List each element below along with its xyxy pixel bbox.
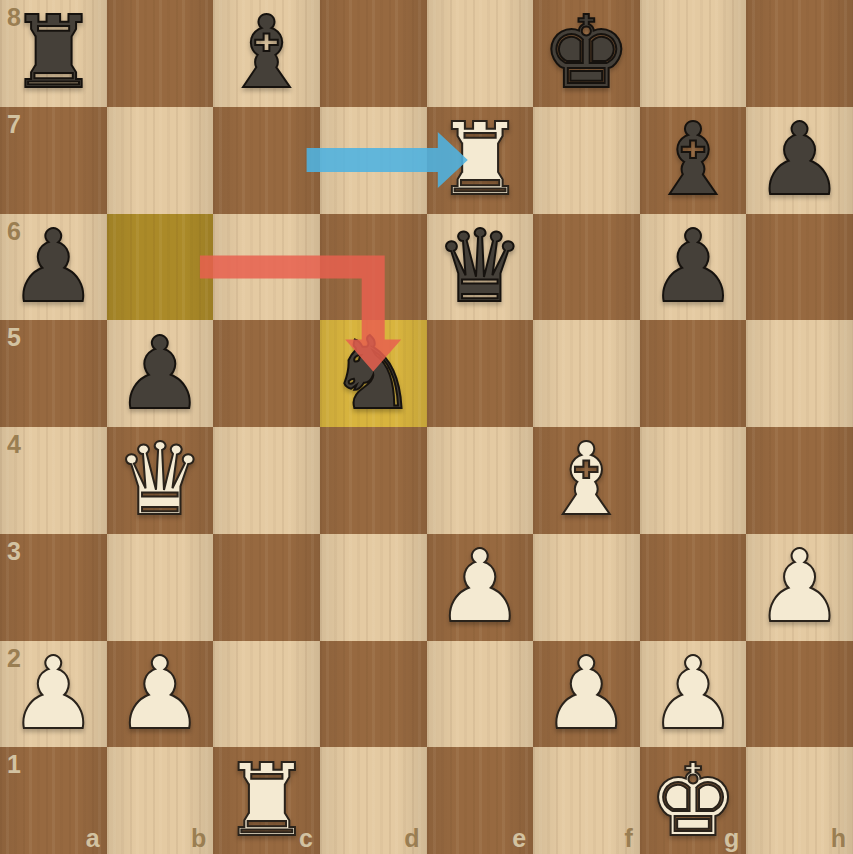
file-label-a: a [86, 824, 100, 853]
square-f8[interactable]: ♚ [533, 0, 640, 107]
square-c8[interactable]: ♝ [213, 0, 320, 107]
square-d8[interactable] [320, 0, 427, 107]
square-e7[interactable]: ♜ [427, 107, 534, 214]
square-g1[interactable]: g♚ [640, 747, 747, 854]
square-a7[interactable]: 7 [0, 107, 107, 214]
square-c6[interactable] [213, 214, 320, 321]
square-a5[interactable]: 5 [0, 320, 107, 427]
square-d2[interactable] [320, 641, 427, 748]
piece-black-pawn-a6[interactable]: ♟ [0, 214, 107, 321]
square-b1[interactable]: b [107, 747, 214, 854]
square-h3[interactable]: ♟ [746, 534, 853, 641]
piece-black-pawn-b5[interactable]: ♟ [107, 320, 214, 427]
square-c7[interactable] [213, 107, 320, 214]
square-e2[interactable] [427, 641, 534, 748]
square-e8[interactable] [427, 0, 534, 107]
square-b3[interactable] [107, 534, 214, 641]
square-h7[interactable]: ♟ [746, 107, 853, 214]
piece-white-pawn-e3[interactable]: ♟ [427, 534, 534, 641]
square-f1[interactable]: f [533, 747, 640, 854]
piece-black-king-f8[interactable]: ♚ [533, 0, 640, 107]
piece-white-bishop-f4[interactable]: ♝ [533, 427, 640, 534]
piece-black-bishop-g7[interactable]: ♝ [640, 107, 747, 214]
square-f6[interactable] [533, 214, 640, 321]
square-e4[interactable] [427, 427, 534, 534]
file-label-d: d [404, 824, 419, 853]
piece-black-knight-d5[interactable]: ♞ [320, 320, 427, 427]
square-g5[interactable] [640, 320, 747, 427]
rank-label-4: 4 [7, 430, 21, 459]
square-h6[interactable] [746, 214, 853, 321]
square-b8[interactable] [107, 0, 214, 107]
piece-black-pawn-h7[interactable]: ♟ [746, 107, 853, 214]
square-g2[interactable]: ♟ [640, 641, 747, 748]
square-a6[interactable]: 6♟ [0, 214, 107, 321]
square-b5[interactable]: ♟ [107, 320, 214, 427]
square-d4[interactable] [320, 427, 427, 534]
piece-white-pawn-a2[interactable]: ♟ [0, 641, 107, 748]
square-f4[interactable]: ♝ [533, 427, 640, 534]
rank-label-7: 7 [7, 110, 21, 139]
square-f5[interactable] [533, 320, 640, 427]
piece-black-pawn-g6[interactable]: ♟ [640, 214, 747, 321]
piece-white-rook-e7[interactable]: ♜ [427, 107, 534, 214]
square-c1[interactable]: c♜ [213, 747, 320, 854]
piece-black-rook-a8[interactable]: ♜ [0, 0, 107, 107]
square-a4[interactable]: 4 [0, 427, 107, 534]
square-h5[interactable] [746, 320, 853, 427]
piece-white-pawn-f2[interactable]: ♟ [533, 641, 640, 748]
square-g4[interactable] [640, 427, 747, 534]
rank-label-3: 3 [7, 537, 21, 566]
board-squares: 8♜♝♚7♜♝♟6♟♛♟5♟♞4♛♝3♟♟2♟♟♟♟1abc♜defg♚h [0, 0, 853, 854]
square-g3[interactable] [640, 534, 747, 641]
square-d1[interactable]: d [320, 747, 427, 854]
square-d3[interactable] [320, 534, 427, 641]
square-c2[interactable] [213, 641, 320, 748]
square-b6[interactable] [107, 214, 214, 321]
square-h2[interactable] [746, 641, 853, 748]
file-label-e: e [512, 824, 526, 853]
piece-black-queen-e6[interactable]: ♛ [427, 214, 534, 321]
square-d7[interactable] [320, 107, 427, 214]
square-g6[interactable]: ♟ [640, 214, 747, 321]
square-g7[interactable]: ♝ [640, 107, 747, 214]
square-h1[interactable]: h [746, 747, 853, 854]
square-a8[interactable]: 8♜ [0, 0, 107, 107]
piece-black-bishop-c8[interactable]: ♝ [213, 0, 320, 107]
square-b4[interactable]: ♛ [107, 427, 214, 534]
square-e1[interactable]: e [427, 747, 534, 854]
square-a1[interactable]: 1a [0, 747, 107, 854]
file-label-b: b [191, 824, 206, 853]
square-a2[interactable]: 2♟ [0, 641, 107, 748]
piece-white-king-g1[interactable]: ♚ [640, 747, 747, 854]
square-f3[interactable] [533, 534, 640, 641]
chess-board: 8♜♝♚7♜♝♟6♟♛♟5♟♞4♛♝3♟♟2♟♟♟♟1abc♜defg♚h [0, 0, 853, 854]
piece-white-queen-b4[interactable]: ♛ [107, 427, 214, 534]
piece-white-pawn-h3[interactable]: ♟ [746, 534, 853, 641]
square-e6[interactable]: ♛ [427, 214, 534, 321]
square-h4[interactable] [746, 427, 853, 534]
square-a3[interactable]: 3 [0, 534, 107, 641]
square-f2[interactable]: ♟ [533, 641, 640, 748]
square-c3[interactable] [213, 534, 320, 641]
piece-white-pawn-g2[interactable]: ♟ [640, 641, 747, 748]
piece-white-rook-c1[interactable]: ♜ [213, 747, 320, 854]
piece-white-pawn-b2[interactable]: ♟ [107, 641, 214, 748]
rank-label-1: 1 [7, 750, 21, 779]
square-g8[interactable] [640, 0, 747, 107]
square-e5[interactable] [427, 320, 534, 427]
square-f7[interactable] [533, 107, 640, 214]
file-label-h: h [831, 824, 846, 853]
file-label-f: f [624, 824, 632, 853]
square-e3[interactable]: ♟ [427, 534, 534, 641]
square-b7[interactable] [107, 107, 214, 214]
square-d5[interactable]: ♞ [320, 320, 427, 427]
square-d6[interactable] [320, 214, 427, 321]
square-h8[interactable] [746, 0, 853, 107]
square-b2[interactable]: ♟ [107, 641, 214, 748]
rank-label-5: 5 [7, 323, 21, 352]
square-c5[interactable] [213, 320, 320, 427]
square-c4[interactable] [213, 427, 320, 534]
